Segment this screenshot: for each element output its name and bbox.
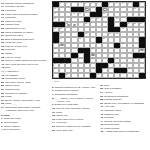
clue-text: Genesis gent: [104, 123, 119, 126]
clue-text: 57-Down's philosophy: [104, 94, 128, 97]
clue-text: "With any luck!": [5, 41, 22, 44]
clue-text: Glimpses: [5, 15, 15, 18]
cell-number: 37: [54, 43, 56, 45]
clue-text: Blue: [5, 66, 10, 69]
clue-text: Sushi bar order: [4, 117, 21, 120]
clue-text: Japanese immigrant: [55, 92, 78, 95]
cell-number: 25: [134, 23, 136, 25]
clue-text: Small business co-owner: [5, 30, 33, 33]
clue-text: Fancy: [56, 110, 63, 113]
cell-number: 8: [128, 3, 129, 5]
clue-text: Comparatively coy: [5, 26, 26, 29]
cell-number: 14: [54, 13, 56, 15]
clue-item: 4. Eye amorously: [1, 127, 51, 130]
cell-number: 46: [73, 58, 75, 60]
cell-number: 48: [116, 58, 118, 60]
clue-text: Rigger's reply: [104, 112, 119, 115]
cell-number: 13: [134, 8, 136, 10]
cell-number: 31: [85, 33, 87, 35]
clue-item: 26. Wild, with "out": [52, 128, 99, 131]
cell-number: 35: [79, 38, 81, 40]
clue-text: Mario ___: [5, 102, 16, 105]
clue-text: Flash: [5, 94, 11, 97]
clue-text: Check out: [56, 113, 67, 116]
cell-number: 44: [79, 53, 81, 55]
cell-number: 57: [103, 68, 105, 70]
cell-number: 20: [97, 18, 99, 20]
clue-text: Let down, as hair: [5, 5, 24, 8]
cell-number: 60: [97, 74, 99, 76]
cell-number: 16: [79, 13, 81, 15]
cell-number: 53: [66, 63, 68, 65]
clue-item: 48. A game that leaves 7 standing?: [100, 130, 149, 133]
clue-text: Omelet need: [5, 84, 19, 87]
clue-text: A game that leaves 7 standing?: [104, 130, 139, 133]
clue-text: Grocery chain named for two oceans: [5, 59, 46, 62]
clue-item: 64. Unlike this obnoxiously verbose, ext…: [1, 105, 51, 112]
clue-text: O.B.'s neighbor: [104, 87, 121, 90]
cell-number: 10: [54, 8, 56, 10]
cell-number: 30: [60, 33, 62, 35]
crossword-grid[interactable]: 1234567891011121314151617181920212223242…: [52, 1, 146, 79]
clue-text: Hurt or Hayes: [5, 55, 20, 58]
cell-number: 50: [140, 58, 142, 60]
cell-number: 34: [60, 38, 62, 40]
circle-marker: [73, 24, 77, 27]
clue-text: They beat the heck out of 'em: [5, 62, 38, 65]
clue-text: "___ Carroll, over a barrel": "Rocky Hor…: [55, 96, 94, 102]
cell-number: 56: [54, 68, 56, 70]
cell-number: 27: [54, 28, 56, 30]
cell-number: 5: [109, 3, 110, 5]
cell-number: 47: [91, 58, 93, 60]
clue-text: Wooden or Madden: [5, 91, 27, 94]
black-cell: [139, 73, 145, 78]
cell-number: 3: [85, 3, 86, 5]
cell-number: 17: [103, 13, 105, 15]
copyright-text: © 2010: [52, 80, 59, 83]
cell-number: 38: [97, 43, 99, 45]
cell-number: 40: [54, 48, 56, 50]
clue-text: Making waves?: [104, 97, 121, 100]
clue-text: Functions: [5, 8, 16, 11]
cell-number: 43: [54, 53, 56, 55]
clue-text: "Absolutely!": [5, 69, 19, 72]
clue-text: Mailbox item: [5, 23, 19, 26]
clue-text: Gallery display: [4, 124, 20, 127]
clue-item: 8. "___ Carroll, over a barrel": "Rocky …: [52, 96, 99, 103]
cell-number: 1: [60, 3, 61, 5]
clue-text: Unlike this obnoxiously verbose, extende…: [5, 105, 41, 111]
cell-number: 28: [60, 28, 62, 30]
cell-number: 21: [116, 18, 118, 20]
cell-number: 58: [128, 68, 130, 70]
clue-text: Boxer, Corker, and Tester: Abbr.: [5, 98, 40, 101]
clue-text: Fruitless: [104, 115, 113, 118]
cell-number: 4: [91, 3, 92, 5]
circle-marker: [103, 8, 107, 11]
cell-number: 41: [91, 48, 93, 50]
down-clues-middle-column: 5. Original platform for 62-Across: Abbr…: [52, 85, 99, 150]
circle-marker: [140, 49, 144, 52]
clue-text: Stews over, processes, or obsesses: [104, 101, 144, 104]
clue-text: Periodicals, briefly: [5, 76, 25, 79]
clue-text: Comes out in the wash?: [104, 119, 131, 122]
cell-number: 54: [85, 63, 87, 65]
circle-marker: [85, 8, 89, 11]
clue-text: Don't go under par at Augusta?: [56, 124, 91, 127]
circle-marker: [91, 54, 95, 57]
clue-text: Desi: [104, 83, 109, 86]
clue-text: Appear: [104, 90, 112, 93]
cell-number: 55: [109, 63, 111, 65]
clue-text: Plan for a new year: [5, 44, 27, 47]
cell-number: 9: [140, 3, 141, 5]
clue-text: Skin soother: [4, 120, 18, 123]
clue-text: Like an easy grounder, maybe: [56, 106, 90, 109]
clue-text: Satisfy: [5, 51, 13, 54]
cell-number: 33: [116, 33, 118, 35]
cell-number: 36: [103, 38, 105, 40]
cell-number: 2: [66, 3, 67, 5]
cell-number: 59: [66, 74, 68, 76]
cell-number: 19: [91, 18, 93, 20]
cell-number: 15: [73, 13, 75, 15]
clue-text: Final purpose: [104, 126, 119, 129]
cell-number: 29: [122, 28, 124, 30]
cell-number: 42: [116, 48, 118, 50]
clue-text: "Chosen" gang: [104, 108, 121, 111]
cell-number: 23: [85, 23, 87, 25]
cell-number: 7: [122, 3, 123, 5]
down-clues-right-column: 31. Desi32. O.B.'s neighbor34. Appear36.…: [100, 83, 149, 150]
circle-marker: [67, 24, 71, 27]
down-section-header: DOWN: [1, 113, 51, 116]
cell-number: 26: [140, 23, 142, 25]
clue-text: Latin 101 word: [5, 19, 21, 22]
cell-number: 32: [109, 33, 111, 35]
cell-number: 18: [54, 18, 56, 20]
circle-marker: [60, 44, 64, 47]
clue-text: Digits in a credit appl.: [55, 103, 79, 106]
copyright-line: © 2010: [52, 80, 67, 84]
clue-text: Speaker's place: [5, 33, 23, 36]
cell-number: 6: [116, 3, 117, 5]
crossword-page: 13. Topkapi palace chambers14. Let down,…: [0, 0, 150, 150]
clue-text: It may have a branch location: [5, 12, 38, 15]
clue-text: Topkapi palace chambers: [5, 1, 33, 4]
clue-text: What's new in Spain?: [55, 89, 79, 92]
cell-number: 24: [128, 23, 130, 25]
clue-text: Original platform for 62-Across: Abbr.: [55, 85, 96, 88]
cell-number: 51: [54, 63, 56, 65]
clue-text: Unreserved?: [5, 87, 19, 90]
clue-text: Eye amorously: [4, 127, 21, 130]
clue-text: Mil. statistic: [5, 73, 18, 76]
clue-text: Wild, with "out": [56, 128, 73, 131]
clue-text: "Horrors!": [56, 121, 67, 124]
clue-text: APR part: [104, 105, 114, 108]
cell-number: 39: [122, 43, 124, 45]
cell-number: 49: [134, 58, 136, 60]
clue-text: The whole group, often: [5, 80, 31, 83]
clue-text: Prefix with typo or scope: [56, 117, 83, 120]
across-clues-column: 13. Topkapi palace chambers14. Let down,…: [1, 1, 51, 150]
cell-number: 52: [60, 63, 62, 65]
clue-text: Bills or Browns of the NFL: [5, 37, 34, 40]
clue-text: Pirouette: [5, 48, 15, 51]
